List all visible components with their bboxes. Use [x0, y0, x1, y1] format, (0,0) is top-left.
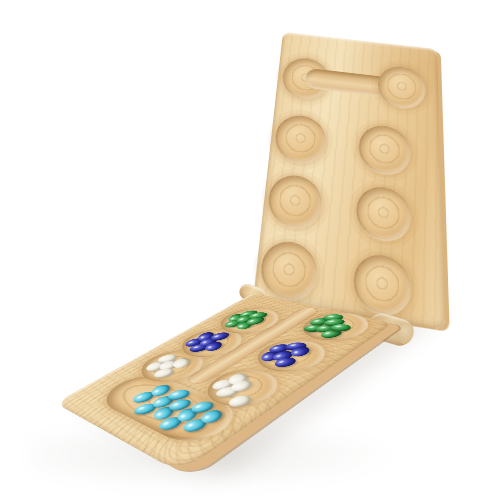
upper-pit-empty [265, 172, 323, 232]
upper-pit-grid [256, 103, 424, 318]
upper-pit-empty [352, 251, 411, 320]
upper-pit-empty [354, 184, 410, 245]
mancala-upper-half-upright [253, 32, 445, 330]
upper-pit-empty [357, 122, 410, 177]
upper-pit-empty [272, 112, 327, 166]
upper-store-right-end [378, 64, 427, 112]
mancala-product-photo [0, 0, 500, 500]
glass-bead-green [328, 324, 352, 332]
